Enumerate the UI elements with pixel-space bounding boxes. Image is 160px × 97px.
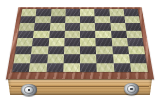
square-g1[interactable] bbox=[113, 63, 131, 72]
square-c5[interactable] bbox=[49, 30, 65, 38]
square-f2[interactable] bbox=[96, 54, 113, 63]
square-e5[interactable] bbox=[80, 30, 96, 38]
square-a2[interactable] bbox=[14, 54, 32, 63]
square-e1[interactable] bbox=[80, 63, 97, 72]
square-d5[interactable] bbox=[64, 30, 80, 38]
square-c4[interactable] bbox=[48, 38, 64, 46]
square-h1[interactable] bbox=[130, 63, 148, 72]
square-c7[interactable] bbox=[50, 16, 65, 23]
square-c3[interactable] bbox=[47, 46, 64, 54]
square-b5[interactable] bbox=[33, 30, 49, 38]
square-c2[interactable] bbox=[47, 54, 64, 63]
square-e2[interactable] bbox=[80, 54, 97, 63]
square-h4[interactable] bbox=[127, 38, 144, 46]
square-f5[interactable] bbox=[95, 30, 111, 38]
square-f3[interactable] bbox=[96, 46, 113, 54]
square-d1[interactable] bbox=[63, 63, 80, 72]
square-b3[interactable] bbox=[31, 46, 48, 54]
square-e7[interactable] bbox=[80, 16, 95, 23]
chess-board bbox=[6, 7, 154, 79]
square-g8[interactable] bbox=[109, 9, 124, 16]
square-e4[interactable] bbox=[80, 38, 96, 46]
square-g3[interactable] bbox=[112, 46, 129, 54]
square-a8[interactable] bbox=[21, 9, 37, 16]
square-h6[interactable] bbox=[125, 23, 141, 30]
square-g6[interactable] bbox=[110, 23, 126, 30]
square-c8[interactable] bbox=[51, 9, 66, 16]
square-h8[interactable] bbox=[123, 9, 139, 16]
square-e6[interactable] bbox=[80, 23, 95, 30]
metal-clasp-left-icon[interactable] bbox=[21, 84, 37, 96]
square-a1[interactable] bbox=[12, 63, 30, 72]
square-a4[interactable] bbox=[16, 38, 33, 46]
square-f1[interactable] bbox=[97, 63, 114, 72]
square-d6[interactable] bbox=[65, 23, 80, 30]
chess-box-photo bbox=[0, 0, 160, 97]
square-f7[interactable] bbox=[95, 16, 110, 23]
square-g7[interactable] bbox=[109, 16, 125, 23]
square-g2[interactable] bbox=[113, 54, 130, 63]
square-g5[interactable] bbox=[111, 30, 127, 38]
square-h3[interactable] bbox=[128, 46, 145, 54]
square-h2[interactable] bbox=[129, 54, 147, 63]
square-a3[interactable] bbox=[15, 46, 32, 54]
square-a7[interactable] bbox=[20, 16, 36, 23]
square-e3[interactable] bbox=[80, 46, 96, 54]
square-b4[interactable] bbox=[32, 38, 49, 46]
square-f4[interactable] bbox=[96, 38, 112, 46]
square-b2[interactable] bbox=[30, 54, 47, 63]
square-d2[interactable] bbox=[63, 54, 80, 63]
square-c1[interactable] bbox=[46, 63, 63, 72]
square-a5[interactable] bbox=[18, 30, 35, 38]
square-b8[interactable] bbox=[36, 9, 51, 16]
square-d3[interactable] bbox=[64, 46, 80, 54]
square-c6[interactable] bbox=[49, 23, 65, 30]
square-d7[interactable] bbox=[65, 16, 80, 23]
square-g4[interactable] bbox=[111, 38, 128, 46]
square-d4[interactable] bbox=[64, 38, 80, 46]
board-grid bbox=[12, 9, 148, 72]
square-h5[interactable] bbox=[126, 30, 143, 38]
square-a6[interactable] bbox=[19, 23, 35, 30]
square-e8[interactable] bbox=[80, 9, 95, 16]
square-f6[interactable] bbox=[95, 23, 111, 30]
square-b1[interactable] bbox=[29, 63, 47, 72]
square-h7[interactable] bbox=[124, 16, 140, 23]
square-b6[interactable] bbox=[34, 23, 50, 30]
square-f8[interactable] bbox=[94, 9, 109, 16]
square-d8[interactable] bbox=[65, 9, 80, 16]
square-b7[interactable] bbox=[35, 16, 51, 23]
metal-clasp-right-icon[interactable] bbox=[124, 83, 139, 95]
